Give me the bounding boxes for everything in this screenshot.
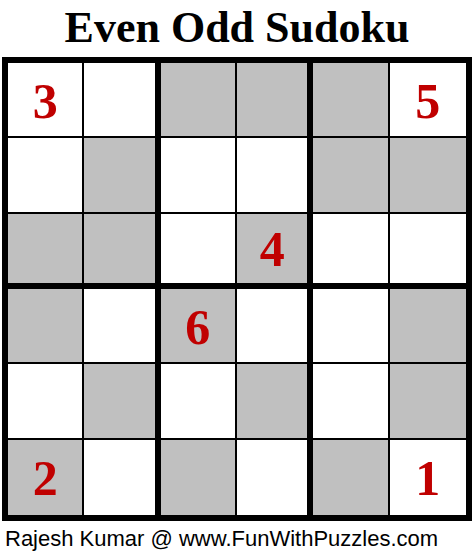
cell-r1c1-odd: 3 [8, 63, 84, 138]
cell-r4c5-odd [313, 289, 389, 364]
cell-r2c2-even [84, 138, 160, 213]
cell-r3c3-odd [161, 214, 237, 289]
cell-r3c6-odd [390, 214, 466, 289]
cell-r5c6-even [390, 364, 466, 439]
cell-r5c2-even [84, 364, 160, 439]
cell-r4c1-even [8, 289, 84, 364]
cell-r2c6-even [390, 138, 466, 213]
cell-r1c4-even [237, 63, 313, 138]
credit-text: Rajesh Kumar @ www.FunWithPuzzles.com [5, 526, 474, 552]
cell-r4c6-even [390, 289, 466, 364]
given-digit: 5 [415, 76, 440, 126]
cell-r2c4-odd [237, 138, 313, 213]
cell-r3c5-odd [313, 214, 389, 289]
cell-r6c2-odd [84, 440, 160, 515]
cell-r6c3-even [161, 440, 237, 515]
given-digit: 1 [415, 453, 440, 503]
cell-r2c5-even [313, 138, 389, 213]
given-digit: 3 [33, 76, 58, 126]
cell-r2c1-odd [8, 138, 84, 213]
cell-r1c3-even [161, 63, 237, 138]
cell-r1c5-even [313, 63, 389, 138]
given-digit: 2 [33, 453, 58, 503]
cell-r6c4-odd [237, 440, 313, 515]
sudoku-board: 354621 [2, 57, 472, 521]
cell-r3c1-even [8, 214, 84, 289]
cell-r4c4-odd [237, 289, 313, 364]
cell-r1c6-odd: 5 [390, 63, 466, 138]
cell-r5c1-odd [8, 364, 84, 439]
given-digit: 6 [185, 302, 210, 352]
puzzle-page: Even Odd Sudoku 354621 Rajesh Kumar @ ww… [0, 0, 474, 558]
cell-r4c3-even: 6 [161, 289, 237, 364]
cell-r6c1-even: 2 [8, 440, 84, 515]
cell-r3c2-even [84, 214, 160, 289]
cell-r1c2-odd [84, 63, 160, 138]
puzzle-title: Even Odd Sudoku [0, 0, 474, 55]
cell-r3c4-even: 4 [237, 214, 313, 289]
given-digit: 4 [260, 224, 285, 274]
cell-r5c4-even [237, 364, 313, 439]
cell-r5c5-odd [313, 364, 389, 439]
cell-r2c3-odd [161, 138, 237, 213]
cell-r6c6-odd: 1 [390, 440, 466, 515]
cell-r6c5-even [313, 440, 389, 515]
cell-r5c3-odd [161, 364, 237, 439]
cell-r4c2-odd [84, 289, 160, 364]
